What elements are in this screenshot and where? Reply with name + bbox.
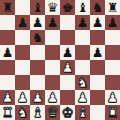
square-b1[interactable]: ♞ [15, 105, 30, 120]
square-e7[interactable] [60, 15, 75, 30]
square-d1[interactable]: ♛ [45, 105, 60, 120]
white-rook[interactable]: ♜ [2, 105, 14, 120]
square-b3[interactable] [15, 75, 30, 90]
square-d2[interactable]: ♟ [45, 90, 60, 105]
square-b7[interactable]: ♟ [15, 15, 30, 30]
square-h8[interactable]: ♜ [105, 0, 120, 15]
white-king[interactable]: ♚ [62, 105, 74, 120]
black-pawn[interactable]: ♟ [17, 15, 29, 30]
square-h5[interactable] [105, 45, 120, 60]
square-a7[interactable] [0, 15, 15, 30]
black-pawn[interactable]: ♟ [107, 15, 119, 30]
square-f6[interactable] [75, 30, 90, 45]
square-g5[interactable]: ♟ [90, 45, 105, 60]
square-g4[interactable] [90, 60, 105, 75]
square-d7[interactable]: ♟ [45, 15, 60, 30]
black-knight[interactable]: ♞ [92, 0, 104, 15]
square-c6[interactable]: ♞ [30, 30, 45, 45]
square-c2[interactable]: ♟ [30, 90, 45, 105]
square-g3[interactable] [90, 75, 105, 90]
square-e8[interactable]: ♚ [60, 0, 75, 15]
square-f8[interactable]: ♝ [75, 0, 90, 15]
square-c5[interactable] [30, 45, 45, 60]
square-c4[interactable] [30, 60, 45, 75]
square-h6[interactable] [105, 30, 120, 45]
square-b6[interactable] [15, 30, 30, 45]
square-f2[interactable]: ♟ [75, 90, 90, 105]
white-knight[interactable]: ♞ [77, 75, 89, 90]
white-bishop[interactable]: ♝ [77, 105, 89, 120]
square-c3[interactable] [30, 75, 45, 90]
white-pawn[interactable]: ♟ [62, 60, 74, 75]
square-g8[interactable]: ♞ [90, 0, 105, 15]
square-b4[interactable] [15, 60, 30, 75]
black-pawn[interactable]: ♟ [92, 15, 104, 30]
black-pawn[interactable]: ♟ [32, 15, 44, 30]
white-knight[interactable]: ♞ [17, 105, 29, 120]
black-rook[interactable]: ♜ [2, 0, 14, 15]
square-a3[interactable] [0, 75, 15, 90]
white-rook[interactable]: ♜ [107, 105, 119, 120]
chess-board: ♜♝♛♚♝♞♜♟♟♟♟♟♟♞♟♟♟♟♞♟♟♟♟♟♟♜♞♝♛♚♝♜ [0, 0, 120, 120]
square-a5[interactable]: ♟ [0, 45, 15, 60]
white-pawn[interactable]: ♟ [17, 90, 29, 105]
black-bishop[interactable]: ♝ [32, 0, 44, 15]
square-g6[interactable] [90, 30, 105, 45]
square-f5[interactable] [75, 45, 90, 60]
black-pawn[interactable]: ♟ [92, 45, 104, 60]
square-h4[interactable] [105, 60, 120, 75]
chess-app: ♜♝♛♚♝♞♜♟♟♟♟♟♟♞♟♟♟♟♞♟♟♟♟♟♟♜♞♝♛♚♝♜ [0, 0, 120, 120]
square-b2[interactable]: ♟ [15, 90, 30, 105]
square-d4[interactable] [45, 60, 60, 75]
square-d3[interactable] [45, 75, 60, 90]
square-a1[interactable]: ♜ [0, 105, 15, 120]
square-a4[interactable] [0, 60, 15, 75]
square-h7[interactable]: ♟ [105, 15, 120, 30]
square-g2[interactable] [90, 90, 105, 105]
square-c7[interactable]: ♟ [30, 15, 45, 30]
black-knight[interactable]: ♞ [32, 30, 44, 45]
square-c1[interactable]: ♝ [30, 105, 45, 120]
square-e4[interactable]: ♟ [60, 60, 75, 75]
white-pawn[interactable]: ♟ [32, 90, 44, 105]
square-e1[interactable]: ♚ [60, 105, 75, 120]
square-f1[interactable]: ♝ [75, 105, 90, 120]
square-f7[interactable]: ♟ [75, 15, 90, 30]
white-pawn[interactable]: ♟ [77, 90, 89, 105]
black-pawn[interactable]: ♟ [62, 45, 74, 60]
black-king[interactable]: ♚ [62, 0, 74, 15]
square-d5[interactable] [45, 45, 60, 60]
square-d8[interactable]: ♛ [45, 0, 60, 15]
square-g7[interactable]: ♟ [90, 15, 105, 30]
square-e5[interactable]: ♟ [60, 45, 75, 60]
white-queen[interactable]: ♛ [47, 105, 59, 120]
white-pawn[interactable]: ♟ [107, 90, 119, 105]
square-f4[interactable] [75, 60, 90, 75]
square-e3[interactable] [60, 75, 75, 90]
square-e2[interactable] [60, 90, 75, 105]
white-pawn[interactable]: ♟ [2, 90, 14, 105]
square-h1[interactable]: ♜ [105, 105, 120, 120]
square-d6[interactable] [45, 30, 60, 45]
square-f3[interactable]: ♞ [75, 75, 90, 90]
square-c8[interactable]: ♝ [30, 0, 45, 15]
black-pawn[interactable]: ♟ [47, 15, 59, 30]
white-bishop[interactable]: ♝ [32, 105, 44, 120]
square-g1[interactable] [90, 105, 105, 120]
square-a6[interactable] [0, 30, 15, 45]
white-pawn[interactable]: ♟ [47, 90, 59, 105]
square-a8[interactable]: ♜ [0, 0, 15, 15]
square-e6[interactable] [60, 30, 75, 45]
black-pawn[interactable]: ♟ [2, 45, 14, 60]
black-bishop[interactable]: ♝ [77, 0, 89, 15]
black-queen[interactable]: ♛ [47, 0, 59, 15]
square-a2[interactable]: ♟ [0, 90, 15, 105]
black-rook[interactable]: ♜ [107, 0, 119, 15]
square-b8[interactable] [15, 0, 30, 15]
square-h3[interactable] [105, 75, 120, 90]
square-h2[interactable]: ♟ [105, 90, 120, 105]
black-pawn[interactable]: ♟ [77, 15, 89, 30]
square-b5[interactable] [15, 45, 30, 60]
